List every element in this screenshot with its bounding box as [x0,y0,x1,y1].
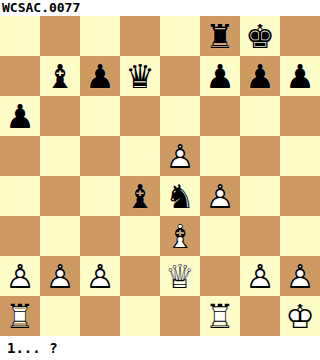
square-c6[interactable] [80,96,120,136]
piece-black-bishop: ♝ [40,56,80,96]
square-a2[interactable]: ♟♙ [0,256,40,296]
square-f8[interactable]: ♜ [200,16,240,56]
piece-black-pawn: ♟ [240,56,280,96]
square-d2[interactable] [120,256,160,296]
square-g6[interactable] [240,96,280,136]
square-f4[interactable]: ♟♙ [200,176,240,216]
piece-white-pawn: ♟♙ [200,176,240,216]
square-a7[interactable] [0,56,40,96]
square-g8[interactable]: ♚ [240,16,280,56]
square-h5[interactable] [280,136,320,176]
square-e8[interactable] [160,16,200,56]
chess-board: ♜♚♝♟♛♟♟♟♟♟♙♝♞♟♙♝♗♟♙♟♙♟♙♛♕♟♙♟♙♜♖♜♖♚♔ [0,16,320,336]
square-g5[interactable] [240,136,280,176]
page-title: WCSAC.0077 [0,0,320,16]
piece-white-pawn: ♟♙ [160,136,200,176]
square-f1[interactable]: ♜♖ [200,296,240,336]
square-f7[interactable]: ♟ [200,56,240,96]
piece-black-pawn: ♟ [0,96,40,136]
square-e1[interactable] [160,296,200,336]
square-g3[interactable] [240,216,280,256]
square-h1[interactable]: ♚♔ [280,296,320,336]
square-d6[interactable] [120,96,160,136]
square-b8[interactable] [40,16,80,56]
square-e3[interactable]: ♝♗ [160,216,200,256]
piece-black-pawn: ♟ [80,56,120,96]
square-a8[interactable] [0,16,40,56]
square-c5[interactable] [80,136,120,176]
square-d5[interactable] [120,136,160,176]
move-prompt: 1... ? [0,336,320,360]
square-g2[interactable]: ♟♙ [240,256,280,296]
square-c8[interactable] [80,16,120,56]
piece-white-rook: ♜♖ [0,296,40,336]
piece-black-pawn: ♟ [280,56,320,96]
piece-white-rook: ♜♖ [200,296,240,336]
square-h8[interactable] [280,16,320,56]
square-h7[interactable]: ♟ [280,56,320,96]
square-g4[interactable] [240,176,280,216]
square-d8[interactable] [120,16,160,56]
square-c2[interactable]: ♟♙ [80,256,120,296]
square-f6[interactable] [200,96,240,136]
square-b1[interactable] [40,296,80,336]
piece-white-pawn: ♟♙ [80,256,120,296]
square-a3[interactable] [0,216,40,256]
square-h3[interactable] [280,216,320,256]
piece-black-king: ♚ [240,16,280,56]
square-g1[interactable] [240,296,280,336]
square-b5[interactable] [40,136,80,176]
piece-black-queen: ♛ [120,56,160,96]
square-h4[interactable] [280,176,320,216]
square-e7[interactable] [160,56,200,96]
square-b2[interactable]: ♟♙ [40,256,80,296]
piece-black-pawn: ♟ [200,56,240,96]
square-d3[interactable] [120,216,160,256]
piece-black-rook: ♜ [200,16,240,56]
piece-white-pawn: ♟♙ [280,256,320,296]
square-c7[interactable]: ♟ [80,56,120,96]
piece-white-pawn: ♟♙ [40,256,80,296]
piece-white-pawn: ♟♙ [0,256,40,296]
square-d4[interactable]: ♝ [120,176,160,216]
square-c4[interactable] [80,176,120,216]
square-a5[interactable] [0,136,40,176]
square-h2[interactable]: ♟♙ [280,256,320,296]
square-b7[interactable]: ♝ [40,56,80,96]
square-e4[interactable]: ♞ [160,176,200,216]
square-c1[interactable] [80,296,120,336]
square-b6[interactable] [40,96,80,136]
square-b3[interactable] [40,216,80,256]
square-g7[interactable]: ♟ [240,56,280,96]
square-e2[interactable]: ♛♕ [160,256,200,296]
square-c3[interactable] [80,216,120,256]
piece-black-knight: ♞ [160,176,200,216]
square-a6[interactable]: ♟ [0,96,40,136]
square-h6[interactable] [280,96,320,136]
square-b4[interactable] [40,176,80,216]
piece-white-king: ♚♔ [280,296,320,336]
square-a4[interactable] [0,176,40,216]
square-e5[interactable]: ♟♙ [160,136,200,176]
square-f2[interactable] [200,256,240,296]
square-a1[interactable]: ♜♖ [0,296,40,336]
square-f3[interactable] [200,216,240,256]
square-e6[interactable] [160,96,200,136]
square-f5[interactable] [200,136,240,176]
piece-white-queen: ♛♕ [160,256,200,296]
piece-black-bishop: ♝ [120,176,160,216]
square-d7[interactable]: ♛ [120,56,160,96]
piece-white-pawn: ♟♙ [240,256,280,296]
square-d1[interactable] [120,296,160,336]
piece-white-bishop: ♝♗ [160,216,200,256]
